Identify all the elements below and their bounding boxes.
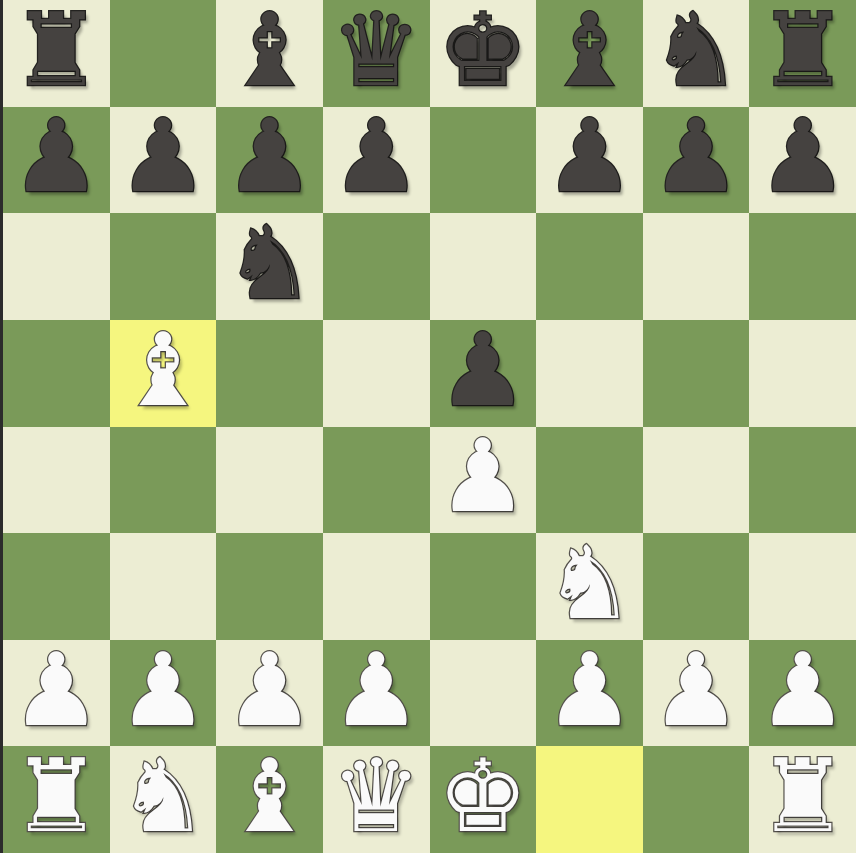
square-d3[interactable] (323, 533, 430, 640)
square-f1[interactable] (536, 746, 643, 853)
square-g4[interactable] (643, 427, 750, 534)
square-g7[interactable]: ♟ (643, 107, 750, 214)
square-h3[interactable] (749, 533, 856, 640)
white-pawn[interactable]: ♟ (331, 640, 422, 741)
white-knight[interactable]: ♞ (118, 746, 209, 847)
white-knight[interactable]: ♞ (544, 533, 635, 634)
square-d6[interactable] (323, 213, 430, 320)
white-king[interactable]: ♚ (438, 746, 529, 847)
square-d2[interactable]: ♟ (323, 640, 430, 747)
square-e8[interactable]: ♚ (430, 0, 537, 107)
black-pawn[interactable]: ♟ (757, 107, 848, 208)
square-h7[interactable]: ♟ (749, 107, 856, 214)
square-g8[interactable]: ♞ (643, 0, 750, 107)
square-f3[interactable]: ♞ (536, 533, 643, 640)
white-pawn[interactable]: ♟ (757, 640, 848, 741)
white-queen[interactable]: ♛ (331, 746, 422, 847)
square-b5[interactable]: ♝ (110, 320, 217, 427)
white-pawn[interactable]: ♟ (438, 427, 529, 528)
black-pawn[interactable]: ♟ (11, 107, 102, 208)
square-a1[interactable]: ♜ (3, 746, 110, 853)
square-h8[interactable]: ♜ (749, 0, 856, 107)
black-pawn[interactable]: ♟ (331, 107, 422, 208)
square-f5[interactable] (536, 320, 643, 427)
square-g2[interactable]: ♟ (643, 640, 750, 747)
square-e6[interactable] (430, 213, 537, 320)
square-b1[interactable]: ♞ (110, 746, 217, 853)
black-rook[interactable]: ♜ (757, 0, 848, 101)
square-f4[interactable] (536, 427, 643, 534)
square-c1[interactable]: ♝ (216, 746, 323, 853)
square-a4[interactable] (3, 427, 110, 534)
square-g5[interactable] (643, 320, 750, 427)
chess-board: ♜♝♛♚♝♞♜♟♟♟♟♟♟♟♞♝♟♟♞♟♟♟♟♟♟♟♜♞♝♛♚♜ (3, 0, 856, 853)
square-a8[interactable]: ♜ (3, 0, 110, 107)
square-f8[interactable]: ♝ (536, 0, 643, 107)
black-pawn[interactable]: ♟ (544, 107, 635, 208)
square-c4[interactable] (216, 427, 323, 534)
black-pawn[interactable]: ♟ (438, 320, 529, 421)
square-c5[interactable] (216, 320, 323, 427)
square-d1[interactable]: ♛ (323, 746, 430, 853)
square-h1[interactable]: ♜ (749, 746, 856, 853)
square-b4[interactable] (110, 427, 217, 534)
black-rook[interactable]: ♜ (11, 0, 102, 101)
black-pawn[interactable]: ♟ (224, 107, 315, 208)
square-c2[interactable]: ♟ (216, 640, 323, 747)
square-c8[interactable]: ♝ (216, 0, 323, 107)
white-bishop[interactable]: ♝ (224, 746, 315, 847)
chess-app: ♜♝♛♚♝♞♜♟♟♟♟♟♟♟♞♝♟♟♞♟♟♟♟♟♟♟♜♞♝♛♚♜ (0, 0, 856, 853)
square-d5[interactable] (323, 320, 430, 427)
white-pawn[interactable]: ♟ (11, 640, 102, 741)
square-a2[interactable]: ♟ (3, 640, 110, 747)
square-b2[interactable]: ♟ (110, 640, 217, 747)
square-a6[interactable] (3, 213, 110, 320)
square-e5[interactable]: ♟ (430, 320, 537, 427)
square-c6[interactable]: ♞ (216, 213, 323, 320)
white-rook[interactable]: ♜ (11, 746, 102, 847)
square-e2[interactable] (430, 640, 537, 747)
white-pawn[interactable]: ♟ (651, 640, 742, 741)
square-h4[interactable] (749, 427, 856, 534)
square-b6[interactable] (110, 213, 217, 320)
square-c7[interactable]: ♟ (216, 107, 323, 214)
square-g1[interactable] (643, 746, 750, 853)
square-b7[interactable]: ♟ (110, 107, 217, 214)
black-pawn[interactable]: ♟ (118, 107, 209, 208)
square-f7[interactable]: ♟ (536, 107, 643, 214)
square-a7[interactable]: ♟ (3, 107, 110, 214)
square-h6[interactable] (749, 213, 856, 320)
square-b3[interactable] (110, 533, 217, 640)
square-d8[interactable]: ♛ (323, 0, 430, 107)
black-knight[interactable]: ♞ (651, 0, 742, 101)
black-knight[interactable]: ♞ (224, 213, 315, 314)
black-pawn[interactable]: ♟ (651, 107, 742, 208)
square-g6[interactable] (643, 213, 750, 320)
square-e4[interactable]: ♟ (430, 427, 537, 534)
square-g3[interactable] (643, 533, 750, 640)
square-h2[interactable]: ♟ (749, 640, 856, 747)
square-a3[interactable] (3, 533, 110, 640)
square-d4[interactable] (323, 427, 430, 534)
white-pawn[interactable]: ♟ (224, 640, 315, 741)
square-d7[interactable]: ♟ (323, 107, 430, 214)
square-e1[interactable]: ♚ (430, 746, 537, 853)
white-rook[interactable]: ♜ (757, 746, 848, 847)
square-h5[interactable] (749, 320, 856, 427)
square-c3[interactable] (216, 533, 323, 640)
square-e3[interactable] (430, 533, 537, 640)
black-queen[interactable]: ♛ (331, 0, 422, 101)
white-pawn[interactable]: ♟ (118, 640, 209, 741)
square-f6[interactable] (536, 213, 643, 320)
black-bishop[interactable]: ♝ (544, 0, 635, 101)
square-b8[interactable] (110, 0, 217, 107)
square-a5[interactable] (3, 320, 110, 427)
black-king[interactable]: ♚ (438, 0, 529, 101)
square-e7[interactable] (430, 107, 537, 214)
white-pawn[interactable]: ♟ (544, 640, 635, 741)
square-f2[interactable]: ♟ (536, 640, 643, 747)
white-bishop[interactable]: ♝ (118, 320, 209, 421)
black-bishop[interactable]: ♝ (224, 0, 315, 101)
